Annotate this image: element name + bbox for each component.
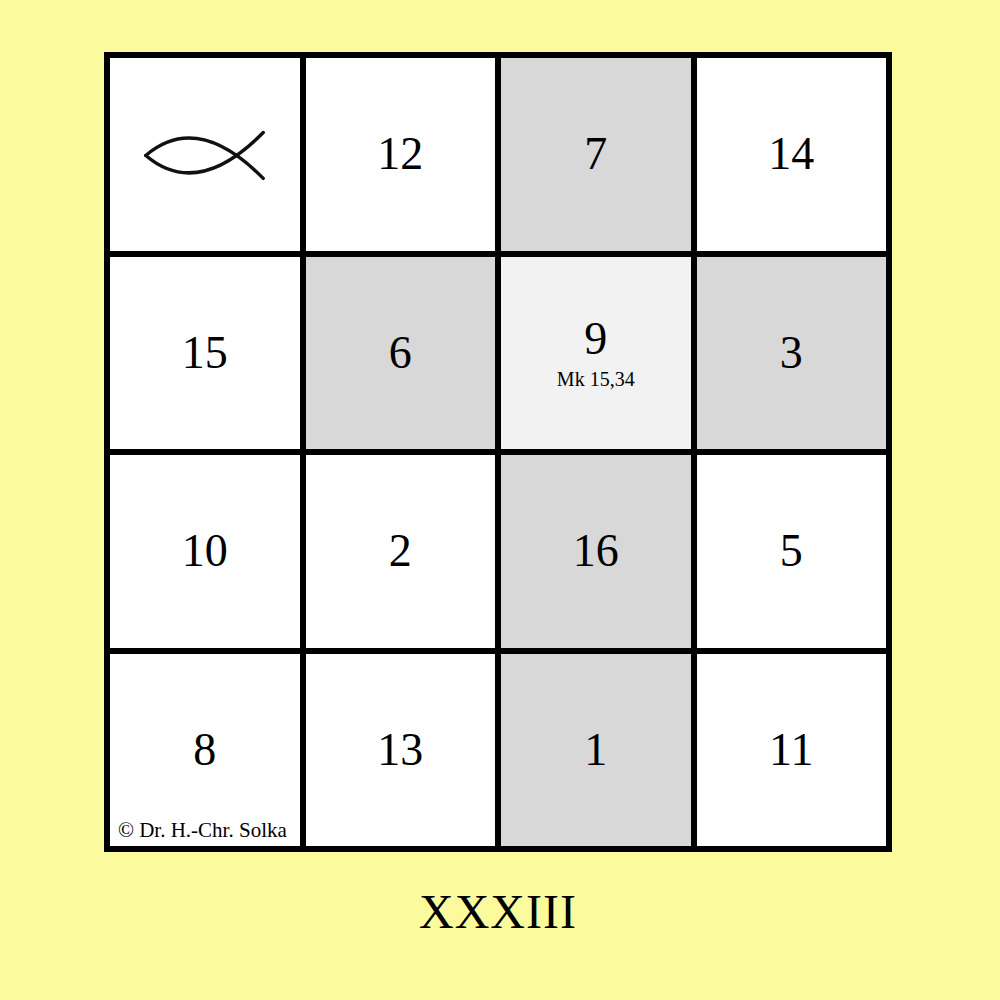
bible-verse-annotation: Mk 15,34 <box>557 368 635 390</box>
cell-value: 3 <box>780 330 803 376</box>
magic-square-board: 127141569Mk 15,3431021658© Dr. H.-Chr. S… <box>104 52 892 852</box>
copyright-note: © Dr. H.-Chr. Solka <box>118 819 287 842</box>
cell-r3c1: 13 <box>306 654 496 847</box>
cell-value: 14 <box>768 131 814 177</box>
cell-r3c2: 1 <box>501 654 691 847</box>
cell-value: 6 <box>389 330 412 376</box>
puzzle-number-caption: XXXIII <box>104 888 892 936</box>
cell-value: 16 <box>573 528 619 574</box>
cell-r2c1: 2 <box>306 455 496 648</box>
cell-r3c0: 8© Dr. H.-Chr. Solka <box>110 654 300 847</box>
cell-value: 2 <box>389 528 412 574</box>
cell-value: 8 <box>193 727 216 773</box>
cell-value: 11 <box>769 727 813 773</box>
cell-r1c2: 9Mk 15,34 <box>501 257 691 450</box>
cell-r0c1: 12 <box>306 58 496 251</box>
cell-value: 7 <box>584 131 607 177</box>
cell-value: 10 <box>182 528 228 574</box>
cell-value: 5 <box>780 528 803 574</box>
cell-value: 15 <box>182 330 228 376</box>
ichthys-fish-icon <box>142 123 268 186</box>
cell-value: 9 <box>584 316 607 362</box>
cell-r3c3: 11 <box>697 654 887 847</box>
cell-r2c2: 16 <box>501 455 691 648</box>
cell-r1c1: 6 <box>306 257 496 450</box>
cell-value: 13 <box>377 727 423 773</box>
cell-r2c3: 5 <box>697 455 887 648</box>
cell-value: 12 <box>377 131 423 177</box>
cell-value: 1 <box>584 727 607 773</box>
cell-r1c0: 15 <box>110 257 300 450</box>
cell-r2c0: 10 <box>110 455 300 648</box>
cell-r0c0 <box>110 58 300 251</box>
cell-r0c2: 7 <box>501 58 691 251</box>
cell-r1c3: 3 <box>697 257 887 450</box>
cell-r0c3: 14 <box>697 58 887 251</box>
puzzle-page: 127141569Mk 15,3431021658© Dr. H.-Chr. S… <box>0 0 1000 1000</box>
